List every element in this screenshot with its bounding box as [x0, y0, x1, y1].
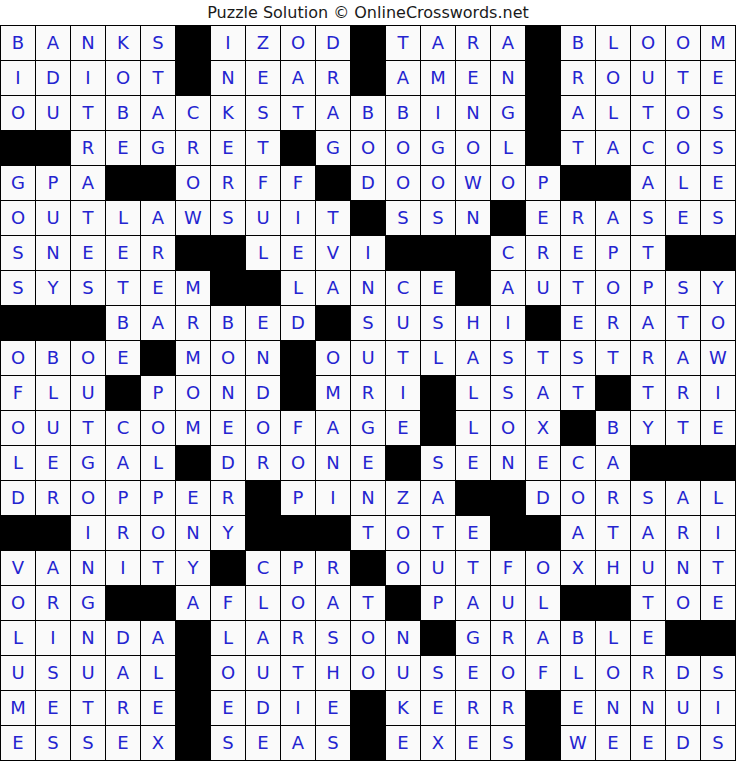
cell-r14c3: O — [71, 481, 105, 515]
cell-r15c20: R — [666, 516, 700, 550]
cell-r17c7: F — [211, 586, 245, 620]
cell-r21c9: A — [281, 726, 315, 760]
cell-r7c10: V — [316, 236, 350, 270]
cell-r11c20: R — [666, 376, 700, 410]
cell-r7c9: E — [281, 236, 315, 270]
cell-r1c7: I — [211, 26, 245, 60]
cell-r15c21: I — [701, 516, 735, 550]
cell-r6c5: A — [141, 201, 175, 235]
cell-r20c21: I — [701, 691, 735, 725]
block-r17c18 — [596, 586, 630, 620]
block-r2c11 — [351, 61, 385, 95]
cell-r1c8: Z — [246, 26, 280, 60]
cell-r17c21: E — [701, 586, 735, 620]
cell-r10c11: U — [351, 341, 385, 375]
block-r7c14 — [456, 236, 490, 270]
cell-r12c14: L — [456, 411, 490, 445]
cell-r11c6: O — [176, 376, 210, 410]
cell-r12c20: T — [666, 411, 700, 445]
cell-r11c5: P — [141, 376, 175, 410]
cell-r9c20: T — [666, 306, 700, 340]
block-r18c6 — [176, 621, 210, 655]
cell-r3c1: O — [1, 96, 35, 130]
block-r7c20 — [666, 236, 700, 270]
cell-r11c11: R — [351, 376, 385, 410]
cell-r1c12: T — [386, 26, 420, 60]
block-r17c5 — [141, 586, 175, 620]
cell-r19c3: U — [71, 656, 105, 690]
cell-r21c19: E — [631, 726, 665, 760]
cell-r3c8: S — [246, 96, 280, 130]
cell-r16c15: F — [491, 551, 525, 585]
cell-r15c14: E — [456, 516, 490, 550]
block-r5c18 — [596, 166, 630, 200]
cell-r5c20: L — [666, 166, 700, 200]
cell-r6c10: T — [316, 201, 350, 235]
cell-r4c21: S — [701, 131, 735, 165]
cell-r12c6: M — [176, 411, 210, 445]
cell-r18c18: L — [596, 621, 630, 655]
cell-r15c17: A — [561, 516, 595, 550]
cell-r14c7: R — [211, 481, 245, 515]
cell-r1c4: K — [106, 26, 140, 60]
block-r11c9 — [281, 376, 315, 410]
cell-r10c14: A — [456, 341, 490, 375]
cell-r8c16: U — [526, 271, 560, 305]
block-r9c1 — [1, 306, 35, 340]
cell-r2c13: M — [421, 61, 455, 95]
cell-r3c3: T — [71, 96, 105, 130]
cell-r16c10: R — [316, 551, 350, 585]
cell-r8c13: E — [421, 271, 455, 305]
cell-r6c14: N — [456, 201, 490, 235]
cell-r4c12: O — [386, 131, 420, 165]
cell-r19c14: E — [456, 656, 490, 690]
cell-r17c1: O — [1, 586, 35, 620]
cell-r20c19: N — [631, 691, 665, 725]
cell-r10c13: L — [421, 341, 455, 375]
cell-r6c16: E — [526, 201, 560, 235]
cell-r14c19: S — [631, 481, 665, 515]
cell-r7c3: E — [71, 236, 105, 270]
block-r6c11 — [351, 201, 385, 235]
cell-r19c21: S — [701, 656, 735, 690]
cell-r7c15: C — [491, 236, 525, 270]
cell-r21c13: X — [421, 726, 455, 760]
cell-r5c19: A — [631, 166, 665, 200]
cell-r9c15: I — [491, 306, 525, 340]
cell-r3c13: I — [421, 96, 455, 130]
cell-r4c17: T — [561, 131, 595, 165]
cell-r16c14: T — [456, 551, 490, 585]
block-r16c7 — [211, 551, 245, 585]
cell-r20c9: I — [281, 691, 315, 725]
cell-r21c1: E — [1, 726, 35, 760]
cell-r3c19: T — [631, 96, 665, 130]
block-r15c8 — [246, 516, 280, 550]
cell-r8c5: E — [141, 271, 175, 305]
cell-r15c13: T — [421, 516, 455, 550]
cell-r18c3: N — [71, 621, 105, 655]
cell-r6c21: S — [701, 201, 735, 235]
block-r14c14 — [456, 481, 490, 515]
cell-r17c9: O — [281, 586, 315, 620]
cell-r6c17: R — [561, 201, 595, 235]
cell-r8c6: M — [176, 271, 210, 305]
block-r1c6 — [176, 26, 210, 60]
block-r13c6 — [176, 446, 210, 480]
cell-r16c18: H — [596, 551, 630, 585]
cell-r13c14: E — [456, 446, 490, 480]
cell-r4c18: A — [596, 131, 630, 165]
cell-r2c8: E — [246, 61, 280, 95]
cell-r19c19: R — [631, 656, 665, 690]
cell-r13c15: N — [491, 446, 525, 480]
cell-r13c1: L — [1, 446, 35, 480]
block-r1c16 — [526, 26, 560, 60]
crossword-grid: BANKSIZODTARABLOOMIDIOTNEARAMENROUTEOUTB… — [0, 25, 736, 761]
cell-r20c7: E — [211, 691, 245, 725]
block-r5c4 — [106, 166, 140, 200]
cell-r2c12: A — [386, 61, 420, 95]
cell-r19c18: O — [596, 656, 630, 690]
cell-r4c14: O — [456, 131, 490, 165]
cell-r14c16: D — [526, 481, 560, 515]
cell-r16c6: Y — [176, 551, 210, 585]
cell-r12c5: O — [141, 411, 175, 445]
cell-r7c1: S — [1, 236, 35, 270]
cell-r10c2: B — [36, 341, 70, 375]
cell-r9c12: U — [386, 306, 420, 340]
cell-r18c16: A — [526, 621, 560, 655]
block-r7c13 — [421, 236, 455, 270]
cell-r13c3: G — [71, 446, 105, 480]
cell-r5c1: G — [1, 166, 35, 200]
cell-r14c13: A — [421, 481, 455, 515]
cell-r4c5: G — [141, 131, 175, 165]
cell-r2c18: O — [596, 61, 630, 95]
cell-r8c1: S — [1, 271, 35, 305]
cell-r20c10: E — [316, 691, 350, 725]
cell-r3c5: A — [141, 96, 175, 130]
cell-r6c19: S — [631, 201, 665, 235]
cell-r14c2: R — [36, 481, 70, 515]
cell-r20c13: E — [421, 691, 455, 725]
cell-r11c17: T — [561, 376, 595, 410]
block-r13c21 — [701, 446, 735, 480]
cell-r2c9: A — [281, 61, 315, 95]
cell-r20c1: M — [1, 691, 35, 725]
cell-r20c3: T — [71, 691, 105, 725]
cell-r10c21: W — [701, 341, 735, 375]
cell-r7c4: E — [106, 236, 140, 270]
cell-r6c20: E — [666, 201, 700, 235]
block-r11c13 — [421, 376, 455, 410]
cell-r2c14: E — [456, 61, 490, 95]
cell-r17c19: T — [631, 586, 665, 620]
cell-r5c12: O — [386, 166, 420, 200]
cell-r9c14: H — [456, 306, 490, 340]
cell-r11c1: F — [1, 376, 35, 410]
cell-r4c3: R — [71, 131, 105, 165]
cell-r2c17: R — [561, 61, 595, 95]
cell-r6c8: U — [246, 201, 280, 235]
cell-r19c20: D — [666, 656, 700, 690]
cell-r16c19: U — [631, 551, 665, 585]
cell-r19c8: U — [246, 656, 280, 690]
cell-r11c21: I — [701, 376, 735, 410]
cell-r15c19: A — [631, 516, 665, 550]
cell-r15c4: R — [106, 516, 140, 550]
cell-r13c9: O — [281, 446, 315, 480]
cell-r7c2: N — [36, 236, 70, 270]
cell-r14c9: P — [281, 481, 315, 515]
cell-r4c20: O — [666, 131, 700, 165]
block-r14c15 — [491, 481, 525, 515]
block-r4c16 — [526, 131, 560, 165]
cell-r3c6: C — [176, 96, 210, 130]
cell-r5c15: O — [491, 166, 525, 200]
cell-r12c19: Y — [631, 411, 665, 445]
cell-r21c8: E — [246, 726, 280, 760]
cell-r17c13: P — [421, 586, 455, 620]
cell-r16c5: T — [141, 551, 175, 585]
cell-r2c10: R — [316, 61, 350, 95]
cell-r3c7: K — [211, 96, 245, 130]
cell-r2c3: I — [71, 61, 105, 95]
cell-r15c12: O — [386, 516, 420, 550]
cell-r10c16: T — [526, 341, 560, 375]
cell-r11c10: M — [316, 376, 350, 410]
cell-r12c16: X — [526, 411, 560, 445]
cell-r7c17: E — [561, 236, 595, 270]
cell-r6c2: U — [36, 201, 70, 235]
cell-r20c14: R — [456, 691, 490, 725]
cell-r12c11: G — [351, 411, 385, 445]
cell-r4c4: E — [106, 131, 140, 165]
cell-r12c3: T — [71, 411, 105, 445]
cell-r20c8: D — [246, 691, 280, 725]
cell-r12c12: E — [386, 411, 420, 445]
cell-r18c12: N — [386, 621, 420, 655]
cell-r13c18: A — [596, 446, 630, 480]
cell-r19c16: F — [526, 656, 560, 690]
cell-r13c11: E — [351, 446, 385, 480]
cell-r9c5: A — [141, 306, 175, 340]
cell-r10c20: A — [666, 341, 700, 375]
cell-r10c19: R — [631, 341, 665, 375]
cell-r7c11: I — [351, 236, 385, 270]
cell-r6c7: S — [211, 201, 245, 235]
cell-r3c18: L — [596, 96, 630, 130]
block-r9c10 — [316, 306, 350, 340]
cell-r3c14: N — [456, 96, 490, 130]
block-r17c12 — [386, 586, 420, 620]
cell-r21c10: S — [316, 726, 350, 760]
cell-r4c7: E — [211, 131, 245, 165]
cell-r14c12: Z — [386, 481, 420, 515]
cell-r5c8: F — [246, 166, 280, 200]
cell-r15c7: Y — [211, 516, 245, 550]
block-r13c20 — [666, 446, 700, 480]
cell-r1c2: A — [36, 26, 70, 60]
cell-r11c2: L — [36, 376, 70, 410]
block-r8c14 — [456, 271, 490, 305]
cell-r11c19: T — [631, 376, 665, 410]
cell-r5c6: O — [176, 166, 210, 200]
cell-r21c4: E — [106, 726, 140, 760]
block-r21c11 — [351, 726, 385, 760]
cell-r8c21: Y — [701, 271, 735, 305]
block-r18c21 — [701, 621, 735, 655]
cell-r1c15: A — [491, 26, 525, 60]
cell-r2c2: D — [36, 61, 70, 95]
cell-r6c9: I — [281, 201, 315, 235]
cell-r19c9: T — [281, 656, 315, 690]
cell-r1c9: O — [281, 26, 315, 60]
block-r4c2 — [36, 131, 70, 165]
cell-r18c8: A — [246, 621, 280, 655]
cell-r13c8: R — [246, 446, 280, 480]
cell-r8c2: Y — [36, 271, 70, 305]
block-r17c4 — [106, 586, 140, 620]
cell-r13c17: C — [561, 446, 595, 480]
cell-r19c15: O — [491, 656, 525, 690]
cell-r4c6: R — [176, 131, 210, 165]
block-r9c3 — [71, 306, 105, 340]
cell-r18c15: R — [491, 621, 525, 655]
cell-r18c9: R — [281, 621, 315, 655]
cell-r16c13: U — [421, 551, 455, 585]
cell-r2c21: E — [701, 61, 735, 95]
block-r5c5 — [141, 166, 175, 200]
cell-r11c3: U — [71, 376, 105, 410]
cell-r9c18: R — [596, 306, 630, 340]
cell-r6c13: S — [421, 201, 455, 235]
cell-r9c4: B — [106, 306, 140, 340]
cell-r16c1: V — [1, 551, 35, 585]
block-r4c9 — [281, 131, 315, 165]
cell-r5c11: D — [351, 166, 385, 200]
cell-r8c9: L — [281, 271, 315, 305]
block-r13c12 — [386, 446, 420, 480]
cell-r14c18: R — [596, 481, 630, 515]
cell-r17c8: L — [246, 586, 280, 620]
block-r19c6 — [176, 656, 210, 690]
block-r15c9 — [281, 516, 315, 550]
block-r12c17 — [561, 411, 595, 445]
block-r21c16 — [526, 726, 560, 760]
cell-r17c15: U — [491, 586, 525, 620]
cell-r17c11: T — [351, 586, 385, 620]
cell-r14c17: O — [561, 481, 595, 515]
block-r16c11 — [351, 551, 385, 585]
cell-r17c20: O — [666, 586, 700, 620]
cell-r14c4: P — [106, 481, 140, 515]
cell-r11c8: D — [246, 376, 280, 410]
cell-r21c5: X — [141, 726, 175, 760]
cell-r18c4: D — [106, 621, 140, 655]
cell-r12c4: C — [106, 411, 140, 445]
cell-r11c14: L — [456, 376, 490, 410]
cell-r19c11: O — [351, 656, 385, 690]
cell-r1c1: B — [1, 26, 35, 60]
cell-r16c20: N — [666, 551, 700, 585]
cell-r4c15: L — [491, 131, 525, 165]
cell-r14c10: I — [316, 481, 350, 515]
cell-r12c2: U — [36, 411, 70, 445]
cell-r18c11: O — [351, 621, 385, 655]
cell-r19c13: S — [421, 656, 455, 690]
cell-r17c10: A — [316, 586, 350, 620]
cell-r17c2: R — [36, 586, 70, 620]
cell-r5c9: F — [281, 166, 315, 200]
cell-r1c3: N — [71, 26, 105, 60]
cell-r1c19: O — [631, 26, 665, 60]
cell-r8c15: A — [491, 271, 525, 305]
cell-r8c19: P — [631, 271, 665, 305]
cell-r8c18: O — [596, 271, 630, 305]
cell-r2c1: I — [1, 61, 35, 95]
cell-r8c17: T — [561, 271, 595, 305]
cell-r11c7: N — [211, 376, 245, 410]
cell-r20c18: N — [596, 691, 630, 725]
cell-r20c5: E — [141, 691, 175, 725]
cell-r9c8: E — [246, 306, 280, 340]
cell-r13c10: N — [316, 446, 350, 480]
block-r18c20 — [666, 621, 700, 655]
cell-r5c3: A — [71, 166, 105, 200]
cell-r10c8: N — [246, 341, 280, 375]
cell-r2c7: N — [211, 61, 245, 95]
cell-r7c18: P — [596, 236, 630, 270]
cell-r4c11: O — [351, 131, 385, 165]
block-r12c13 — [421, 411, 455, 445]
cell-r16c17: X — [561, 551, 595, 585]
cell-r8c4: T — [106, 271, 140, 305]
cell-r10c4: E — [106, 341, 140, 375]
cell-r14c5: P — [141, 481, 175, 515]
cell-r20c4: R — [106, 691, 140, 725]
cell-r16c4: I — [106, 551, 140, 585]
block-r5c17 — [561, 166, 595, 200]
puzzle-solution-page: Puzzle Solution © OnlineCrosswords.net B… — [0, 0, 736, 761]
cell-r3c20: O — [666, 96, 700, 130]
cell-r3c17: A — [561, 96, 595, 130]
cell-r3c12: B — [386, 96, 420, 130]
cell-r12c10: A — [316, 411, 350, 445]
cell-r6c6: W — [176, 201, 210, 235]
cell-r18c1: L — [1, 621, 35, 655]
cell-r19c7: O — [211, 656, 245, 690]
cell-r6c1: O — [1, 201, 35, 235]
cell-r10c12: T — [386, 341, 420, 375]
cell-r10c7: O — [211, 341, 245, 375]
cell-r4c19: C — [631, 131, 665, 165]
cell-r2c20: T — [666, 61, 700, 95]
cell-r18c7: L — [211, 621, 245, 655]
cell-r10c18: T — [596, 341, 630, 375]
cell-r6c18: A — [596, 201, 630, 235]
cell-r10c6: M — [176, 341, 210, 375]
block-r13c19 — [631, 446, 665, 480]
cell-r11c16: A — [526, 376, 560, 410]
cell-r8c11: N — [351, 271, 385, 305]
cell-r6c4: L — [106, 201, 140, 235]
cell-r7c16: R — [526, 236, 560, 270]
cell-r15c6: N — [176, 516, 210, 550]
cell-r15c3: I — [71, 516, 105, 550]
